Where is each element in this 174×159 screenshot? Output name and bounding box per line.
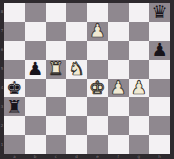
square-e4[interactable]: ♚ — [87, 79, 108, 98]
square-h5[interactable] — [149, 60, 170, 79]
rank-label-8: 8 — [0, 10, 4, 14]
piece-white-rook-c5[interactable]: ♜ — [48, 60, 64, 78]
file-label-f: f — [114, 154, 122, 159]
square-b2[interactable] — [25, 116, 46, 135]
square-f4[interactable]: ♟ — [108, 79, 129, 98]
square-d7[interactable] — [66, 22, 87, 41]
square-h2[interactable] — [149, 116, 170, 135]
piece-white-pawn-e7[interactable]: ♟ — [89, 22, 105, 40]
chess-board-frame: ♛♟♟♟♜♞♚♚♟♟♜ 87654321abcdefgh — [0, 0, 174, 159]
square-h8[interactable]: ♛ — [149, 3, 170, 22]
square-g7[interactable] — [129, 22, 150, 41]
square-a8[interactable] — [4, 3, 25, 22]
file-label-b: b — [31, 154, 39, 159]
piece-white-king-e4[interactable]: ♚ — [89, 78, 105, 96]
rank-label-3: 3 — [0, 105, 4, 109]
rank-label-5: 5 — [0, 67, 4, 71]
square-c3[interactable] — [46, 97, 67, 116]
square-e1[interactable] — [87, 135, 108, 154]
square-b3[interactable] — [25, 97, 46, 116]
square-h1[interactable] — [149, 135, 170, 154]
square-c2[interactable] — [46, 116, 67, 135]
square-a2[interactable] — [4, 116, 25, 135]
rank-label-7: 7 — [0, 29, 4, 33]
square-g6[interactable] — [129, 41, 150, 60]
square-d2[interactable] — [66, 116, 87, 135]
square-d5[interactable]: ♞ — [66, 60, 87, 79]
square-f1[interactable] — [108, 135, 129, 154]
square-a7[interactable] — [4, 22, 25, 41]
square-f7[interactable] — [108, 22, 129, 41]
square-g2[interactable] — [129, 116, 150, 135]
square-h6[interactable]: ♟ — [149, 41, 170, 60]
square-h3[interactable] — [149, 97, 170, 116]
square-f2[interactable] — [108, 116, 129, 135]
piece-black-queen-h8[interactable]: ♛ — [152, 3, 168, 21]
square-g4[interactable]: ♟ — [129, 79, 150, 98]
square-e7[interactable]: ♟ — [87, 22, 108, 41]
square-f3[interactable] — [108, 97, 129, 116]
square-b8[interactable] — [25, 3, 46, 22]
rank-label-2: 2 — [0, 124, 4, 128]
piece-black-pawn-h6[interactable]: ♟ — [152, 41, 168, 59]
square-f6[interactable] — [108, 41, 129, 60]
square-f8[interactable] — [108, 3, 129, 22]
file-label-h: h — [156, 154, 164, 159]
square-c7[interactable] — [46, 22, 67, 41]
piece-white-knight-d5[interactable]: ♞ — [69, 60, 85, 78]
rank-label-1: 1 — [0, 143, 4, 147]
square-h4[interactable] — [149, 79, 170, 98]
file-label-a: a — [10, 154, 18, 159]
square-e6[interactable] — [87, 41, 108, 60]
piece-black-king-a4[interactable]: ♚ — [6, 78, 22, 96]
piece-white-pawn-f4[interactable]: ♟ — [110, 78, 126, 96]
square-d8[interactable] — [66, 3, 87, 22]
square-g8[interactable] — [129, 3, 150, 22]
square-c5[interactable]: ♜ — [46, 60, 67, 79]
file-label-g: g — [135, 154, 143, 159]
square-d1[interactable] — [66, 135, 87, 154]
square-b1[interactable] — [25, 135, 46, 154]
rank-label-6: 6 — [0, 48, 4, 52]
file-label-e: e — [93, 154, 101, 159]
square-g3[interactable] — [129, 97, 150, 116]
square-c8[interactable] — [46, 3, 67, 22]
square-d4[interactable] — [66, 79, 87, 98]
piece-white-pawn-g4[interactable]: ♟ — [131, 78, 147, 96]
square-g1[interactable] — [129, 135, 150, 154]
square-b4[interactable] — [25, 79, 46, 98]
square-a1[interactable] — [4, 135, 25, 154]
square-b7[interactable] — [25, 22, 46, 41]
square-e2[interactable] — [87, 116, 108, 135]
rank-label-4: 4 — [0, 86, 4, 90]
piece-black-pawn-b5[interactable]: ♟ — [27, 60, 43, 78]
square-c4[interactable] — [46, 79, 67, 98]
file-label-c: c — [52, 154, 60, 159]
square-d3[interactable] — [66, 97, 87, 116]
file-label-d: d — [73, 154, 81, 159]
piece-black-rook-a3[interactable]: ♜ — [6, 97, 22, 115]
square-a6[interactable] — [4, 41, 25, 60]
square-e3[interactable] — [87, 97, 108, 116]
square-b5[interactable]: ♟ — [25, 60, 46, 79]
chess-board: ♛♟♟♟♜♞♚♚♟♟♜ — [4, 3, 170, 154]
square-a3[interactable]: ♜ — [4, 97, 25, 116]
square-c1[interactable] — [46, 135, 67, 154]
